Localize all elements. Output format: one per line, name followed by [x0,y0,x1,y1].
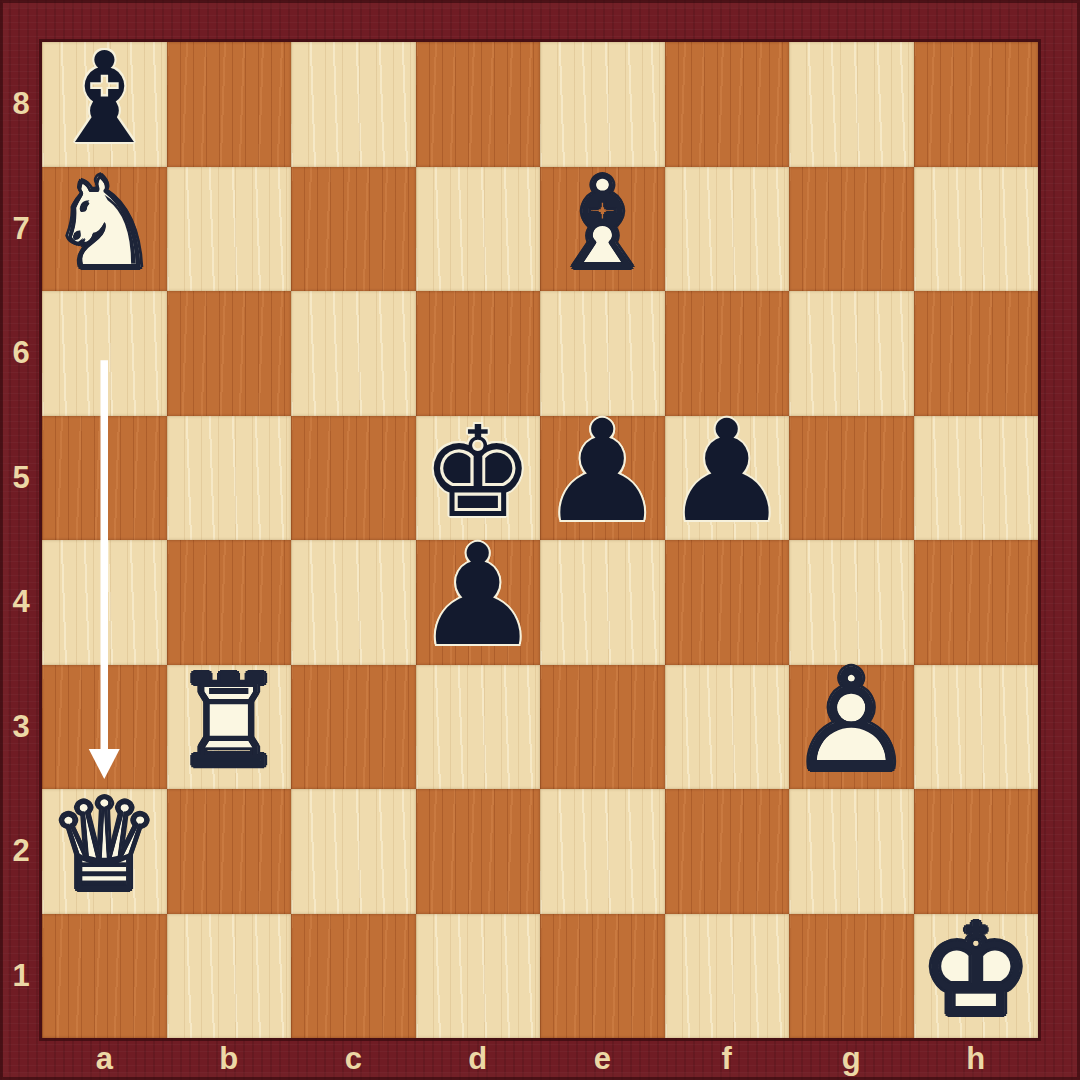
square-c6[interactable] [291,291,416,416]
black-pawn-glyph: ♟ [664,402,790,542]
square-g3[interactable]: ♟♙ [789,665,914,790]
piece-white-knight[interactable]: ♞♘ [42,167,167,292]
square-b2[interactable] [167,789,292,914]
square-c4[interactable] [291,540,416,665]
square-g8[interactable] [789,42,914,167]
file-label-a: a [42,1038,167,1080]
square-f2[interactable] [665,789,790,914]
rank-label-5: 5 [0,416,42,541]
square-b4[interactable] [167,540,292,665]
square-a1[interactable] [42,914,167,1039]
file-label-g: g [789,1038,914,1080]
square-c5[interactable] [291,416,416,541]
white-king-detail: ♔ [919,908,1032,1034]
square-e7[interactable]: ♝♗ [540,167,665,292]
square-b6[interactable] [167,291,292,416]
square-c2[interactable] [291,789,416,914]
square-e4[interactable] [540,540,665,665]
file-label-b: b [167,1038,292,1080]
square-d2[interactable] [416,789,541,914]
square-c8[interactable] [291,42,416,167]
rank-labels: 87654321 [0,42,42,1038]
white-rook-detail: ♖ [172,659,285,785]
piece-black-pawn[interactable]: ♟ [416,540,541,665]
square-f5[interactable]: ♟ [665,416,790,541]
square-a6[interactable] [42,291,167,416]
square-b1[interactable] [167,914,292,1039]
rank-label-7: 7 [0,167,42,292]
square-d6[interactable] [416,291,541,416]
square-f7[interactable] [665,167,790,292]
square-g2[interactable] [789,789,914,914]
square-h8[interactable] [914,42,1039,167]
square-g6[interactable] [789,291,914,416]
square-d1[interactable] [416,914,541,1039]
black-pawn-glyph: ♟ [539,402,665,542]
file-label-e: e [540,1038,665,1080]
square-b8[interactable] [167,42,292,167]
square-b3[interactable]: ♜♖ [167,665,292,790]
rank-label-8: 8 [0,42,42,167]
rank-label-2: 2 [0,789,42,914]
file-label-f: f [665,1038,790,1080]
square-f8[interactable] [665,42,790,167]
square-c3[interactable] [291,665,416,790]
square-h1[interactable]: ♚♔ [914,914,1039,1039]
piece-white-queen[interactable]: ♛♕ [42,789,167,914]
square-a5[interactable] [42,416,167,541]
square-a7[interactable]: ♞♘ [42,167,167,292]
square-c1[interactable] [291,914,416,1039]
file-label-d: d [416,1038,541,1080]
black-bishop-glyph: ♝ [48,36,161,162]
square-a3[interactable] [42,665,167,790]
chess-board[interactable]: ♝♞♘♝♗♚♟♟♟♜♖♟♙♛♕♚♔ [42,42,1038,1038]
square-e1[interactable] [540,914,665,1039]
square-a4[interactable] [42,540,167,665]
white-knight-detail: ♘ [48,161,161,287]
white-queen-detail: ♕ [48,783,161,909]
piece-black-bishop[interactable]: ♝ [42,42,167,167]
square-d4[interactable]: ♟ [416,540,541,665]
file-labels: abcdefgh [42,1038,1038,1080]
square-b5[interactable] [167,416,292,541]
square-a2[interactable]: ♛♕ [42,789,167,914]
board-frame: 87654321 abcdefgh ♝♞♘♝♗♚♟♟♟♜♖♟♙♛♕♚♔ [0,0,1080,1080]
white-pawn-detail: ♙ [788,651,914,791]
square-f1[interactable] [665,914,790,1039]
square-d3[interactable] [416,665,541,790]
white-bishop-detail: ♗ [546,161,659,287]
black-pawn-glyph: ♟ [415,527,541,667]
file-label-h: h [914,1038,1039,1080]
square-h3[interactable] [914,665,1039,790]
rank-label-1: 1 [0,914,42,1039]
piece-white-king[interactable]: ♚♔ [914,914,1039,1039]
square-h6[interactable] [914,291,1039,416]
square-h7[interactable] [914,167,1039,292]
square-h2[interactable] [914,789,1039,914]
square-d7[interactable] [416,167,541,292]
square-a8[interactable]: ♝ [42,42,167,167]
piece-white-bishop[interactable]: ♝♗ [540,167,665,292]
square-f4[interactable] [665,540,790,665]
square-f3[interactable] [665,665,790,790]
square-h4[interactable] [914,540,1039,665]
square-e5[interactable]: ♟ [540,416,665,541]
square-g7[interactable] [789,167,914,292]
piece-white-rook[interactable]: ♜♖ [167,665,292,790]
piece-white-pawn[interactable]: ♟♙ [789,665,914,790]
rank-label-3: 3 [0,665,42,790]
piece-black-pawn[interactable]: ♟ [665,416,790,541]
square-e2[interactable] [540,789,665,914]
square-h5[interactable] [914,416,1039,541]
square-e3[interactable] [540,665,665,790]
rank-label-4: 4 [0,540,42,665]
square-g1[interactable] [789,914,914,1039]
square-d8[interactable] [416,42,541,167]
square-g5[interactable] [789,416,914,541]
rank-label-6: 6 [0,291,42,416]
square-c7[interactable] [291,167,416,292]
square-e8[interactable] [540,42,665,167]
file-label-c: c [291,1038,416,1080]
square-b7[interactable] [167,167,292,292]
piece-black-pawn[interactable]: ♟ [540,416,665,541]
